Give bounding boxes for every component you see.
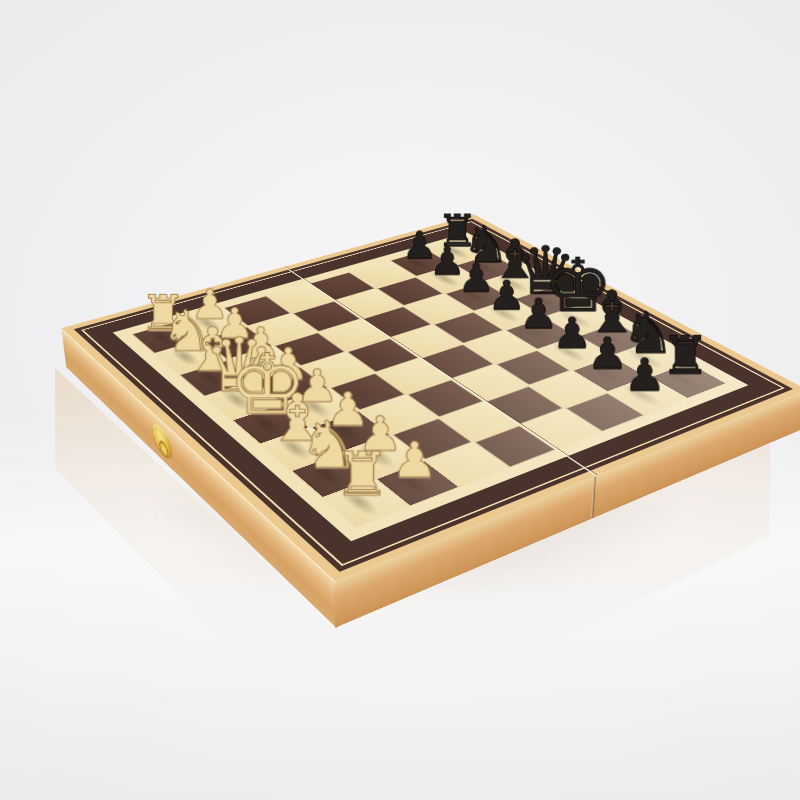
fold-seam-side (591, 476, 596, 519)
piece-black-pawn: ♟ (623, 354, 665, 396)
piece-white-pawn: ♟ (391, 437, 438, 484)
piece-black-pawn: ♟ (587, 333, 628, 374)
piece-black-rook: ♜ (661, 331, 711, 381)
piece-white-rook: ♜ (334, 447, 391, 504)
square-h1: ♜ (322, 479, 410, 528)
product-photo-scene: ♜♞♝♛♚♝♞♜♟♟♟♟♟♟♟♟♟♟♟♟♟♟♟♟♜♞♝♛♚♝♞♜ (0, 0, 800, 800)
